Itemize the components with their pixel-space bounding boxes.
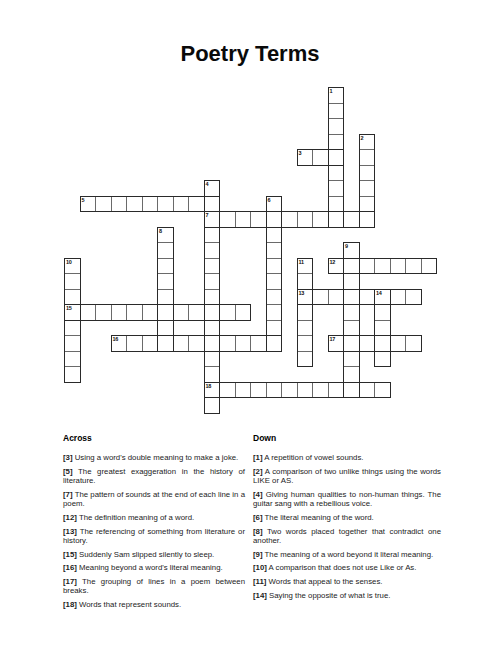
cell-r13c13	[266, 289, 283, 306]
cell-r16c22	[405, 335, 422, 352]
clue-number-label: [7]	[63, 490, 73, 499]
cell-r15c9	[204, 320, 221, 337]
clue-down-6: [6] The literal meaning of the word.	[253, 513, 441, 522]
cell-r19c15	[297, 382, 314, 399]
cell-r15c18	[343, 320, 360, 337]
cell-r17c0	[64, 351, 81, 368]
cell-r7c17	[328, 196, 345, 213]
cell-r19c12	[250, 382, 267, 399]
down-clue-list: [1] A repetition of vowel sounds.[2] A c…	[253, 453, 441, 600]
cell-r15c13	[266, 320, 283, 337]
clue-across-12: [12] The definition meaning of a word.	[63, 513, 245, 522]
cell-r11c6	[157, 258, 174, 275]
clue-across-5: [5] The greatest exaggeration in the his…	[63, 467, 245, 485]
grid-number-17: 17	[330, 337, 336, 343]
across-header: Across	[63, 433, 245, 443]
cell-r7c2	[95, 196, 112, 213]
cell-r16c5	[142, 335, 159, 352]
grid-number-7: 7	[206, 213, 209, 219]
cell-r19c13	[266, 382, 283, 399]
cell-r13c21	[390, 289, 407, 306]
cell-r12c13	[266, 273, 283, 290]
cell-r8c10	[219, 211, 236, 228]
cell-r17c18	[343, 351, 360, 368]
cell-r4c16	[312, 149, 329, 166]
grid-number-10: 10	[66, 260, 72, 266]
clue-number-label: [11]	[253, 577, 266, 586]
cell-r19c19	[359, 382, 376, 399]
cell-r11c19	[359, 258, 376, 275]
cell-r15c6	[157, 320, 174, 337]
crossword-worksheet: Poetry Terms 123456789101112131415161718…	[0, 0, 500, 647]
cell-r14c7	[173, 304, 190, 321]
cell-r16c7	[173, 335, 190, 352]
cell-r8c13	[266, 211, 283, 228]
clue-across-7: [7] The pattern of sounds at the end of …	[63, 490, 245, 508]
cell-r14c4	[126, 304, 143, 321]
cell-r8c17	[328, 211, 345, 228]
cell-r7c9	[204, 196, 221, 213]
cell-r5c17	[328, 165, 345, 182]
cell-r19c16	[312, 382, 329, 399]
clue-down-1: [1] A repetition of vowel sounds.	[253, 453, 441, 462]
clue-down-2: [2] A comparison of two unlike things us…	[253, 467, 441, 485]
grid-number-15: 15	[66, 306, 72, 312]
cell-r19c18	[343, 382, 360, 399]
cell-r16c13	[266, 335, 283, 352]
cell-r5c19	[359, 165, 376, 182]
cell-r11c22	[405, 258, 422, 275]
clue-down-4: [4] Giving human qualities to non-human …	[253, 490, 441, 508]
cell-r16c12	[250, 335, 267, 352]
grid-number-3: 3	[299, 151, 302, 157]
cell-r16c19	[359, 335, 376, 352]
cell-r17c9	[204, 351, 221, 368]
cell-r7c8	[188, 196, 205, 213]
cell-r12c18	[343, 273, 360, 290]
cell-r13c17	[328, 289, 345, 306]
cell-r19c14	[281, 382, 298, 399]
clue-number-label: [14]	[253, 591, 267, 600]
clue-number-label: [3]	[63, 453, 73, 462]
cell-r13c6	[157, 289, 174, 306]
cell-r11c20	[374, 258, 391, 275]
clue-number-label: [8]	[253, 527, 263, 536]
cell-r8c12	[250, 211, 267, 228]
cell-r8c19	[359, 211, 376, 228]
cell-r14c20	[374, 304, 391, 321]
cell-r4c17	[328, 149, 345, 166]
across-clue-list: [3] Using a word's double meaning to mak…	[63, 453, 245, 609]
cell-r13c16	[312, 289, 329, 306]
grid-number-4: 4	[206, 182, 209, 188]
clue-down-9: [9] The meaning of a word beyond it lite…	[253, 550, 441, 559]
clue-across-16: [16] Meaning beyond a word's literal mea…	[63, 563, 245, 572]
cell-r14c1	[80, 304, 97, 321]
cell-r11c13	[266, 258, 283, 275]
cell-r14c15	[297, 304, 314, 321]
cell-r16c11	[235, 335, 252, 352]
cell-r11c18	[343, 258, 360, 275]
across-clues-column: Across [3] Using a word's double meaning…	[63, 433, 245, 614]
cell-r8c11	[235, 211, 252, 228]
cell-r8c18	[343, 211, 360, 228]
cell-r12c0	[64, 273, 81, 290]
cell-r12c9	[204, 273, 221, 290]
clue-number-label: [6]	[253, 513, 263, 522]
cell-r12c6	[157, 273, 174, 290]
cell-r14c6	[157, 304, 174, 321]
cell-r15c15	[297, 320, 314, 337]
cell-r7c7	[173, 196, 190, 213]
cell-r16c15	[297, 335, 314, 352]
cell-r12c15	[297, 273, 314, 290]
cell-r14c10	[219, 304, 236, 321]
cell-r13c22	[405, 289, 422, 306]
clue-down-11: [11] Words that appeal to the senses.	[253, 577, 441, 586]
clue-number-label: [17]	[63, 577, 77, 586]
cell-r10c13	[266, 242, 283, 259]
grid-number-6: 6	[268, 198, 271, 204]
cell-r15c20	[374, 320, 391, 337]
clue-number-label: [13]	[63, 527, 77, 536]
clue-number-label: [16]	[63, 563, 77, 572]
cell-r7c3	[111, 196, 128, 213]
cell-r7c4	[126, 196, 143, 213]
cell-r18c18	[343, 366, 360, 383]
clue-across-3: [3] Using a word's double meaning to mak…	[63, 453, 245, 462]
clue-across-18: [18] Words that represent sounds.	[63, 600, 245, 609]
grid-number-5: 5	[82, 198, 85, 204]
cell-r7c6	[157, 196, 174, 213]
down-clues-column: Down [1] A repetition of vowel sounds.[2…	[253, 433, 441, 605]
cell-r2c17	[328, 118, 345, 135]
grid-number-8: 8	[159, 229, 162, 235]
cell-r13c9	[204, 289, 221, 306]
cell-r8c16	[312, 211, 329, 228]
cell-r19c17	[328, 382, 345, 399]
clue-number-label: [4]	[253, 490, 263, 499]
clue-number-label: [9]	[253, 550, 263, 559]
clue-number-label: [5]	[63, 467, 73, 476]
cell-r11c21	[390, 258, 407, 275]
cell-r16c10	[219, 335, 236, 352]
cell-r6c19	[359, 180, 376, 197]
grid-number-13: 13	[299, 291, 305, 297]
clue-down-10: [10] A comparison that does not use Like…	[253, 563, 441, 572]
cell-r16c18	[343, 335, 360, 352]
grid-number-16: 16	[113, 337, 119, 343]
grid-number-2: 2	[361, 136, 364, 142]
clue-number-label: [18]	[63, 600, 77, 609]
cell-r10c9	[204, 242, 221, 259]
clue-number-label: [2]	[253, 467, 263, 476]
cell-r6c17	[328, 180, 345, 197]
grid-number-12: 12	[330, 260, 336, 266]
grid-number-9: 9	[345, 244, 348, 250]
grid-number-1: 1	[330, 89, 333, 95]
cell-r14c11	[235, 304, 252, 321]
cell-r14c8	[188, 304, 205, 321]
cell-r16c21	[390, 335, 407, 352]
cell-r14c3	[111, 304, 128, 321]
clue-number-label: [1]	[253, 453, 263, 462]
page-title: Poetry Terms	[0, 41, 500, 67]
clue-number-label: [12]	[63, 513, 77, 522]
cell-r1c17	[328, 103, 345, 120]
cell-r14c9	[204, 304, 221, 321]
cell-r18c0	[64, 366, 81, 383]
cell-r16c8	[188, 335, 205, 352]
cell-r16c20	[374, 335, 391, 352]
cell-r11c23	[421, 258, 438, 275]
cell-r16c0	[64, 335, 81, 352]
clue-down-14: [14] Saying the opposite of what is true…	[253, 591, 441, 600]
clue-across-17: [17] The grouping of lines in a poem bet…	[63, 577, 245, 595]
cell-r8c15	[297, 211, 314, 228]
cell-r17c15	[297, 351, 314, 368]
cell-r14c5	[142, 304, 159, 321]
cell-r18c9	[204, 366, 221, 383]
cell-r17c20	[374, 351, 391, 368]
cell-r11c9	[204, 258, 221, 275]
cell-r9c9	[204, 227, 221, 244]
cell-r7c5	[142, 196, 159, 213]
clue-number-label: [15]	[63, 550, 77, 559]
grid-number-18: 18	[206, 384, 212, 390]
cell-r3c17	[328, 134, 345, 151]
cell-r4c19	[359, 149, 376, 166]
grid-number-14: 14	[376, 291, 382, 297]
crossword-grid: 123456789101112131415161718	[64, 87, 438, 414]
grid-number-11: 11	[299, 260, 304, 266]
cell-r7c19	[359, 196, 376, 213]
clue-down-8: [8] Two words placed together that contr…	[253, 527, 441, 545]
cell-r20c9	[204, 397, 221, 414]
cell-r16c6	[157, 335, 174, 352]
cell-r19c11	[235, 382, 252, 399]
cell-r13c0	[64, 289, 81, 306]
cell-r14c13	[266, 304, 283, 321]
clue-number-label: [10]	[253, 563, 267, 572]
clue-across-15: [15] Suddenly Sam slipped silently to sl…	[63, 550, 245, 559]
cell-r8c14	[281, 211, 298, 228]
cell-r10c6	[157, 242, 174, 259]
cell-r16c4	[126, 335, 143, 352]
cell-r13c19	[359, 289, 376, 306]
cell-r16c9	[204, 335, 221, 352]
cell-r19c20	[374, 382, 391, 399]
clue-across-13: [13] The referencing of something from l…	[63, 527, 245, 545]
cell-r9c13	[266, 227, 283, 244]
down-header: Down	[253, 433, 441, 443]
cell-r14c18	[343, 304, 360, 321]
cell-r14c2	[95, 304, 112, 321]
cell-r13c18	[343, 289, 360, 306]
cell-r19c10	[219, 382, 236, 399]
cell-r15c0	[64, 320, 81, 337]
